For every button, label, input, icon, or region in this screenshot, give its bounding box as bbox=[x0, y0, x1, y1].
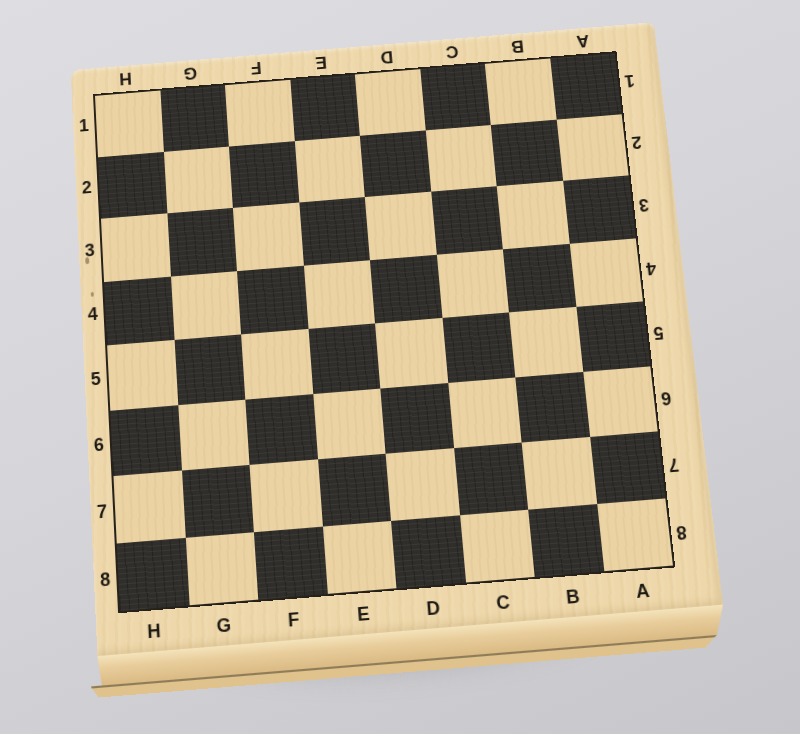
square-a7 bbox=[590, 431, 666, 503]
square-d3 bbox=[365, 192, 437, 260]
rank-label-right-8: 8 bbox=[675, 523, 687, 542]
file-label-bottom-a: A bbox=[635, 581, 650, 601]
file-label-bottom-c: C bbox=[496, 593, 511, 613]
file-label-bottom-b: B bbox=[565, 587, 580, 607]
square-b1 bbox=[485, 58, 556, 124]
square-f3 bbox=[233, 203, 304, 271]
square-c4 bbox=[436, 249, 509, 318]
square-a5 bbox=[576, 301, 650, 371]
square-h7 bbox=[113, 471, 185, 543]
square-c7 bbox=[454, 443, 529, 515]
square-e6 bbox=[313, 388, 386, 459]
square-a6 bbox=[583, 366, 658, 437]
square-e7 bbox=[318, 454, 391, 526]
square-g2 bbox=[163, 146, 232, 213]
rank-label-left-5: 5 bbox=[90, 370, 101, 389]
file-label-top-g: G bbox=[183, 64, 197, 82]
square-h6 bbox=[110, 405, 181, 476]
file-label-bottom-h: H bbox=[147, 621, 161, 641]
chess-board-box: HGFEDCBA HGFEDCBA 12345678 12345678 bbox=[71, 22, 728, 697]
photo-background: HGFEDCBA HGFEDCBA 12345678 12345678 bbox=[0, 0, 800, 734]
square-b2 bbox=[491, 119, 563, 186]
square-c3 bbox=[431, 186, 503, 254]
square-b4 bbox=[503, 243, 576, 312]
square-c6 bbox=[448, 377, 522, 448]
file-label-top-f: F bbox=[250, 59, 262, 76]
square-d1 bbox=[355, 69, 425, 135]
square-g5 bbox=[174, 334, 245, 404]
square-f1 bbox=[225, 80, 294, 146]
square-b5 bbox=[509, 307, 583, 377]
square-b7 bbox=[522, 437, 597, 509]
square-e8 bbox=[322, 520, 396, 593]
board-grid bbox=[93, 51, 675, 613]
square-f2 bbox=[229, 141, 299, 208]
square-f4 bbox=[237, 265, 308, 334]
rank-label-right-6: 6 bbox=[660, 389, 672, 408]
file-label-top-h: H bbox=[118, 70, 131, 88]
square-h3 bbox=[101, 213, 171, 281]
square-d7 bbox=[386, 448, 460, 520]
square-c2 bbox=[425, 125, 496, 192]
square-g6 bbox=[178, 399, 250, 470]
square-d8 bbox=[391, 515, 466, 588]
square-g8 bbox=[185, 532, 258, 606]
square-f7 bbox=[250, 459, 323, 531]
square-c1 bbox=[420, 64, 491, 130]
square-g4 bbox=[170, 271, 241, 340]
square-d6 bbox=[380, 383, 453, 454]
square-f5 bbox=[241, 329, 313, 399]
square-a4 bbox=[569, 238, 643, 307]
square-a3 bbox=[563, 175, 636, 243]
rank-label-left-8: 8 bbox=[100, 570, 111, 590]
square-a8 bbox=[597, 498, 673, 571]
file-label-top-d: D bbox=[379, 48, 393, 66]
rank-label-right-5: 5 bbox=[653, 324, 665, 343]
rank-label-right-4: 4 bbox=[645, 259, 657, 277]
rank-label-left-7: 7 bbox=[97, 502, 108, 521]
rank-label-right-2: 2 bbox=[631, 133, 643, 151]
rank-label-right-3: 3 bbox=[638, 196, 650, 214]
square-d2 bbox=[360, 130, 431, 197]
square-a1 bbox=[550, 53, 622, 119]
file-label-top-b: B bbox=[510, 38, 524, 56]
square-g7 bbox=[182, 465, 254, 537]
file-label-top-c: C bbox=[445, 43, 459, 61]
rank-label-right-1: 1 bbox=[624, 72, 636, 89]
square-e1 bbox=[290, 75, 360, 141]
square-b3 bbox=[497, 181, 570, 249]
file-label-bottom-f: F bbox=[287, 610, 300, 630]
square-e5 bbox=[308, 323, 380, 393]
square-f8 bbox=[254, 526, 328, 600]
square-e2 bbox=[294, 135, 364, 202]
square-d4 bbox=[370, 254, 442, 323]
file-label-bottom-e: E bbox=[357, 604, 371, 624]
rank-label-left-2: 2 bbox=[81, 179, 92, 197]
square-a2 bbox=[556, 114, 628, 181]
square-g3 bbox=[167, 208, 237, 276]
square-e3 bbox=[299, 197, 370, 265]
square-b8 bbox=[528, 504, 604, 577]
square-h5 bbox=[107, 340, 178, 410]
rank-label-right-7: 7 bbox=[668, 455, 680, 474]
square-e4 bbox=[303, 260, 375, 329]
board-face: HGFEDCBA HGFEDCBA 12345678 12345678 bbox=[71, 22, 724, 657]
rank-label-left-6: 6 bbox=[93, 435, 104, 454]
square-c8 bbox=[460, 509, 535, 582]
square-h8 bbox=[117, 537, 189, 611]
square-b6 bbox=[515, 371, 589, 442]
file-label-top-a: A bbox=[575, 32, 589, 50]
file-label-top-e: E bbox=[315, 54, 328, 71]
rank-label-left-1: 1 bbox=[79, 117, 89, 135]
square-c5 bbox=[442, 312, 515, 382]
square-g1 bbox=[160, 85, 229, 151]
square-h2 bbox=[98, 151, 167, 218]
rank-label-left-4: 4 bbox=[87, 305, 98, 323]
file-label-bottom-g: G bbox=[216, 616, 232, 636]
square-h1 bbox=[95, 91, 163, 157]
file-label-bottom-d: D bbox=[426, 598, 441, 618]
square-h4 bbox=[104, 276, 174, 345]
square-f6 bbox=[245, 394, 317, 465]
square-d5 bbox=[375, 318, 448, 388]
